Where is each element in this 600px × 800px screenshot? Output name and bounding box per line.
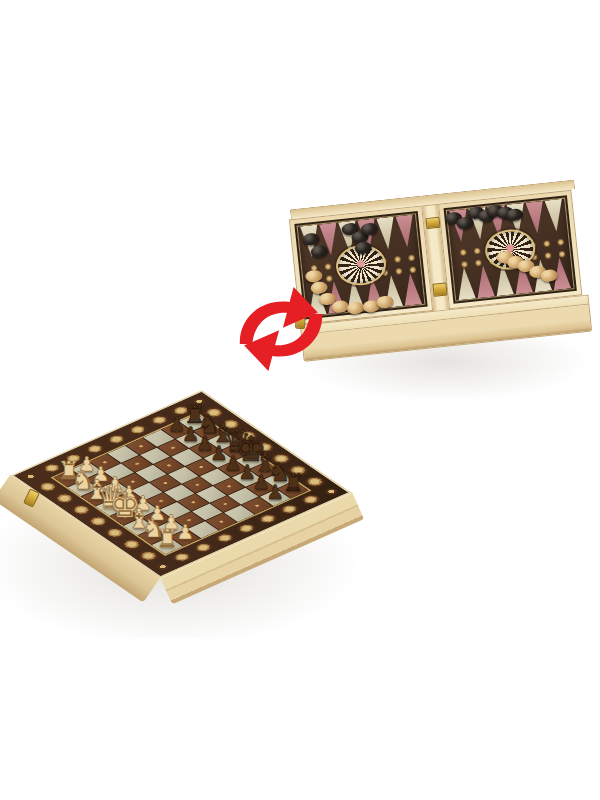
backgammon-point (395, 215, 416, 249)
backgammon-point (525, 201, 546, 235)
backgammon-point (455, 267, 476, 301)
scene: ♜♟♞♟♝♟♛♟♚♟♟♝♜♟♟♞♞♟♟♜♝♟♟♛♟♚♟♝♟♞♟♜ (0, 0, 600, 800)
chess-board (11, 390, 351, 578)
rotation-arrows-icon (224, 276, 338, 381)
backgammon-right-half (438, 190, 582, 309)
hinge-icon (425, 217, 440, 229)
backgammon-checker-black (311, 244, 329, 258)
backgammon-point (544, 199, 565, 233)
board-corner-rosette (151, 561, 174, 574)
chess-pieces-layer: ♜♟♞♟♝♟♛♟♚♟♟♝♜♟♟♞♞♟♟♜♝♟♟♛♟♚♟♝♟♞♟♜ (0, 0, 600, 800)
backgammon-point (474, 265, 495, 299)
backgammon-right-interior (444, 195, 577, 303)
hinge-icon (432, 282, 447, 296)
backgammon-point (401, 272, 422, 306)
backgammon-point (376, 217, 397, 251)
